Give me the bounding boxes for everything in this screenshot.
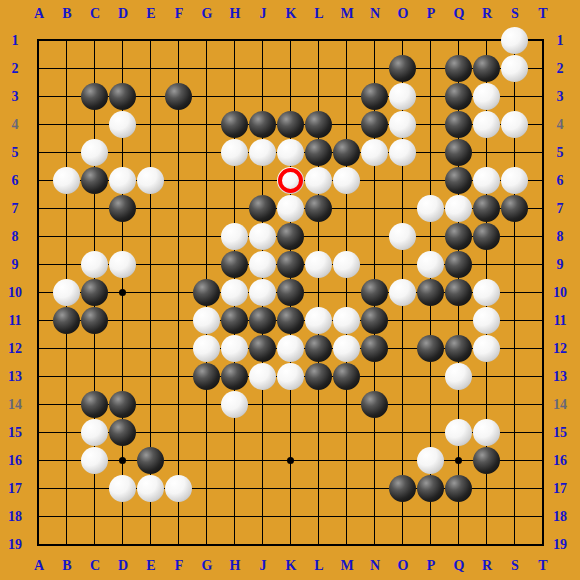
stone-white-M6 <box>333 167 360 194</box>
stone-black-Q4 <box>445 111 472 138</box>
col-label-bottom-N: N <box>370 559 380 573</box>
stone-black-D14 <box>109 391 136 418</box>
col-label-bottom-G: G <box>202 559 213 573</box>
stone-white-E17 <box>137 475 164 502</box>
stone-black-D3 <box>109 83 136 110</box>
stone-white-P7 <box>417 195 444 222</box>
row-label-right-13: 13 <box>553 370 567 384</box>
stone-white-D9 <box>109 251 136 278</box>
stone-white-P9 <box>417 251 444 278</box>
stone-white-R4 <box>473 111 500 138</box>
col-label-bottom-K: K <box>286 559 297 573</box>
stone-black-F3 <box>165 83 192 110</box>
stone-black-L12 <box>305 335 332 362</box>
stone-white-J5 <box>249 139 276 166</box>
stone-black-C6 <box>81 167 108 194</box>
col-label-bottom-Q: Q <box>454 559 465 573</box>
row-label-left-10: 10 <box>8 286 22 300</box>
col-label-top-L: L <box>314 7 323 21</box>
stone-black-M13 <box>333 363 360 390</box>
col-label-bottom-O: O <box>398 559 409 573</box>
row-label-left-4: 4 <box>12 118 19 132</box>
stone-white-J10 <box>249 279 276 306</box>
stone-black-L7 <box>305 195 332 222</box>
stone-white-F17 <box>165 475 192 502</box>
stone-white-G11 <box>193 307 220 334</box>
stone-white-S4 <box>501 111 528 138</box>
stone-black-N11 <box>361 307 388 334</box>
row-label-right-17: 17 <box>553 482 567 496</box>
stone-white-L6 <box>305 167 332 194</box>
stone-white-R15 <box>473 419 500 446</box>
stone-black-H11 <box>221 307 248 334</box>
stone-black-J11 <box>249 307 276 334</box>
row-label-right-8: 8 <box>557 230 564 244</box>
col-label-bottom-S: S <box>511 559 519 573</box>
col-label-bottom-M: M <box>340 559 353 573</box>
stone-white-R11 <box>473 307 500 334</box>
row-label-right-2: 2 <box>557 62 564 76</box>
stone-black-Q12 <box>445 335 472 362</box>
col-label-top-K: K <box>286 7 297 21</box>
row-label-left-18: 18 <box>8 510 22 524</box>
stone-black-Q10 <box>445 279 472 306</box>
stone-white-E6 <box>137 167 164 194</box>
col-label-bottom-B: B <box>62 559 71 573</box>
stone-white-J8 <box>249 223 276 250</box>
row-label-left-6: 6 <box>12 174 19 188</box>
row-label-left-19: 19 <box>8 538 22 552</box>
stone-black-B11 <box>53 307 80 334</box>
col-label-bottom-R: R <box>482 559 492 573</box>
col-label-top-F: F <box>175 7 184 21</box>
col-label-top-P: P <box>427 7 436 21</box>
row-label-right-11: 11 <box>553 314 566 328</box>
stone-black-J12 <box>249 335 276 362</box>
col-label-top-M: M <box>340 7 353 21</box>
stone-white-R10 <box>473 279 500 306</box>
stone-black-L13 <box>305 363 332 390</box>
stone-black-S7 <box>501 195 528 222</box>
stone-black-R2 <box>473 55 500 82</box>
stone-white-D6 <box>109 167 136 194</box>
stone-white-P16 <box>417 447 444 474</box>
row-label-right-6: 6 <box>557 174 564 188</box>
stone-black-N10 <box>361 279 388 306</box>
col-label-top-C: C <box>90 7 100 21</box>
stone-white-C16 <box>81 447 108 474</box>
col-label-top-A: A <box>34 7 44 21</box>
star-point-D16 <box>119 457 126 464</box>
stone-black-H13 <box>221 363 248 390</box>
stone-black-C10 <box>81 279 108 306</box>
stone-white-J9 <box>249 251 276 278</box>
stone-black-N12 <box>361 335 388 362</box>
stone-black-Q2 <box>445 55 472 82</box>
stone-white-K13 <box>277 363 304 390</box>
row-label-right-1: 1 <box>557 34 564 48</box>
row-label-left-17: 17 <box>8 482 22 496</box>
stone-black-R16 <box>473 447 500 474</box>
row-label-left-11: 11 <box>8 314 21 328</box>
stone-white-H8 <box>221 223 248 250</box>
row-label-right-18: 18 <box>553 510 567 524</box>
col-label-bottom-J: J <box>260 559 267 573</box>
go-board[interactable]: ABCDEFGHJKLMNOPQRSTABCDEFGHJKLMNOPQRST12… <box>0 0 580 580</box>
col-label-top-T: T <box>538 7 547 21</box>
stone-white-H12 <box>221 335 248 362</box>
stone-black-R8 <box>473 223 500 250</box>
col-label-bottom-L: L <box>314 559 323 573</box>
stone-white-M11 <box>333 307 360 334</box>
row-label-right-16: 16 <box>553 454 567 468</box>
stone-black-P12 <box>417 335 444 362</box>
row-label-left-1: 1 <box>12 34 19 48</box>
stone-black-Q8 <box>445 223 472 250</box>
stone-white-S2 <box>501 55 528 82</box>
row-label-right-19: 19 <box>553 538 567 552</box>
stone-black-O17 <box>389 475 416 502</box>
row-label-right-4: 4 <box>557 118 564 132</box>
stone-black-P17 <box>417 475 444 502</box>
col-label-top-J: J <box>260 7 267 21</box>
stone-black-H4 <box>221 111 248 138</box>
stone-black-L4 <box>305 111 332 138</box>
col-label-top-O: O <box>398 7 409 21</box>
stone-white-D17 <box>109 475 136 502</box>
row-label-left-13: 13 <box>8 370 22 384</box>
stone-black-Q17 <box>445 475 472 502</box>
col-label-bottom-A: A <box>34 559 44 573</box>
stone-black-K11 <box>277 307 304 334</box>
stone-white-R3 <box>473 83 500 110</box>
stone-white-O4 <box>389 111 416 138</box>
row-label-right-10: 10 <box>553 286 567 300</box>
col-label-top-N: N <box>370 7 380 21</box>
stone-white-K5 <box>277 139 304 166</box>
row-label-left-15: 15 <box>8 426 22 440</box>
stone-white-Q7 <box>445 195 472 222</box>
stone-white-H10 <box>221 279 248 306</box>
row-label-right-9: 9 <box>557 258 564 272</box>
star-point-Q16 <box>455 457 462 464</box>
stone-white-O5 <box>389 139 416 166</box>
col-label-bottom-E: E <box>146 559 155 573</box>
col-label-top-H: H <box>230 7 241 21</box>
stone-black-O2 <box>389 55 416 82</box>
stone-black-N3 <box>361 83 388 110</box>
row-label-right-12: 12 <box>553 342 567 356</box>
stone-black-P10 <box>417 279 444 306</box>
stone-black-G10 <box>193 279 220 306</box>
col-label-top-Q: Q <box>454 7 465 21</box>
stone-white-L11 <box>305 307 332 334</box>
stone-white-D4 <box>109 111 136 138</box>
row-label-left-3: 3 <box>12 90 19 104</box>
stone-white-R12 <box>473 335 500 362</box>
row-label-left-12: 12 <box>8 342 22 356</box>
stone-black-Q9 <box>445 251 472 278</box>
stone-black-R7 <box>473 195 500 222</box>
stone-black-C14 <box>81 391 108 418</box>
row-label-left-16: 16 <box>8 454 22 468</box>
row-label-left-8: 8 <box>12 230 19 244</box>
stone-black-J7 <box>249 195 276 222</box>
col-label-top-E: E <box>146 7 155 21</box>
stone-black-J4 <box>249 111 276 138</box>
stone-white-H5 <box>221 139 248 166</box>
stone-black-D7 <box>109 195 136 222</box>
stone-black-M5 <box>333 139 360 166</box>
stone-white-C9 <box>81 251 108 278</box>
row-label-left-9: 9 <box>12 258 19 272</box>
col-label-bottom-C: C <box>90 559 100 573</box>
stone-black-E16 <box>137 447 164 474</box>
stone-black-C3 <box>81 83 108 110</box>
star-point-D10 <box>119 289 126 296</box>
stone-black-N4 <box>361 111 388 138</box>
col-label-bottom-P: P <box>427 559 436 573</box>
stone-black-K8 <box>277 223 304 250</box>
stone-white-J13 <box>249 363 276 390</box>
stone-black-H9 <box>221 251 248 278</box>
stone-black-K4 <box>277 111 304 138</box>
row-label-right-3: 3 <box>557 90 564 104</box>
stone-black-L5 <box>305 139 332 166</box>
stone-white-O8 <box>389 223 416 250</box>
stone-black-G13 <box>193 363 220 390</box>
stone-black-Q3 <box>445 83 472 110</box>
stone-white-S1 <box>501 27 528 54</box>
stone-white-Q13 <box>445 363 472 390</box>
stone-white-S6 <box>501 167 528 194</box>
row-label-left-5: 5 <box>12 146 19 160</box>
stone-white-K12 <box>277 335 304 362</box>
stone-white-L9 <box>305 251 332 278</box>
row-label-left-7: 7 <box>12 202 19 216</box>
stone-white-R6 <box>473 167 500 194</box>
stone-white-O3 <box>389 83 416 110</box>
col-label-bottom-T: T <box>538 559 547 573</box>
row-label-left-2: 2 <box>12 62 19 76</box>
stone-white-M9 <box>333 251 360 278</box>
stone-black-Q5 <box>445 139 472 166</box>
col-label-top-R: R <box>482 7 492 21</box>
stone-white-Q15 <box>445 419 472 446</box>
stone-black-K9 <box>277 251 304 278</box>
stone-black-Q6 <box>445 167 472 194</box>
stone-white-B10 <box>53 279 80 306</box>
stone-white-G12 <box>193 335 220 362</box>
stone-black-D15 <box>109 419 136 446</box>
col-label-top-G: G <box>202 7 213 21</box>
col-label-top-S: S <box>511 7 519 21</box>
stone-white-H14 <box>221 391 248 418</box>
stone-white-K6 <box>277 167 304 194</box>
stone-white-C5 <box>81 139 108 166</box>
stone-white-K7 <box>277 195 304 222</box>
row-label-right-15: 15 <box>553 426 567 440</box>
stone-white-O10 <box>389 279 416 306</box>
star-point-K16 <box>287 457 294 464</box>
stone-white-N5 <box>361 139 388 166</box>
col-label-bottom-D: D <box>118 559 128 573</box>
stone-black-N14 <box>361 391 388 418</box>
col-label-bottom-F: F <box>175 559 184 573</box>
col-label-top-B: B <box>62 7 71 21</box>
last-move-marker <box>278 168 303 193</box>
row-label-left-14: 14 <box>8 398 22 412</box>
col-label-bottom-H: H <box>230 559 241 573</box>
stone-black-K10 <box>277 279 304 306</box>
stone-white-C15 <box>81 419 108 446</box>
row-label-right-5: 5 <box>557 146 564 160</box>
row-label-right-14: 14 <box>553 398 567 412</box>
stone-black-C11 <box>81 307 108 334</box>
row-label-right-7: 7 <box>557 202 564 216</box>
stone-white-B6 <box>53 167 80 194</box>
stone-white-M12 <box>333 335 360 362</box>
col-label-top-D: D <box>118 7 128 21</box>
